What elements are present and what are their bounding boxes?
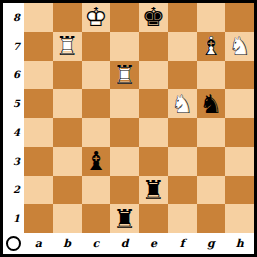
file-label-e: e — [139, 233, 168, 254]
square-c8[interactable]: ♚♔ — [82, 3, 111, 32]
piece-white-king-fill: ♚ — [82, 3, 111, 32]
square-f5[interactable]: ♞♘ — [168, 89, 197, 118]
square-c4[interactable] — [82, 118, 111, 147]
file-label-f: f — [168, 233, 197, 254]
square-g6[interactable] — [197, 61, 226, 90]
square-f6[interactable] — [168, 61, 197, 90]
square-b8[interactable] — [53, 3, 82, 32]
square-h1[interactable] — [225, 204, 254, 233]
square-g5[interactable]: ♞ — [197, 89, 226, 118]
move-indicator-corner — [3, 233, 24, 254]
square-e8[interactable]: ♚ — [139, 3, 168, 32]
rank-label-3: 3 — [3, 147, 24, 176]
square-g3[interactable] — [197, 147, 226, 176]
file-label-c: c — [82, 233, 111, 254]
square-c6[interactable] — [82, 61, 111, 90]
square-c1[interactable] — [82, 204, 111, 233]
square-b6[interactable] — [53, 61, 82, 90]
file-label-b: b — [53, 233, 82, 254]
square-g7[interactable]: ♝♗ — [197, 32, 226, 61]
square-g8[interactable] — [197, 3, 226, 32]
square-d4[interactable] — [110, 118, 139, 147]
square-a4[interactable] — [24, 118, 53, 147]
square-f3[interactable] — [168, 147, 197, 176]
square-d3[interactable] — [110, 147, 139, 176]
square-d8[interactable] — [110, 3, 139, 32]
piece-black-bishop: ♝ — [82, 147, 111, 176]
file-label-a: a — [24, 233, 53, 254]
square-a5[interactable] — [24, 89, 53, 118]
piece-white-knight: ♘ — [168, 89, 197, 118]
piece-white-knight-fill: ♞ — [225, 32, 254, 61]
square-a7[interactable] — [24, 32, 53, 61]
rank-label-5: 5 — [3, 89, 24, 118]
file-label-g: g — [197, 233, 226, 254]
square-e7[interactable] — [139, 32, 168, 61]
square-c5[interactable] — [82, 89, 111, 118]
chess-board: ♚♔♚♜♖♝♗♞♘♜♖♞♘♞♝♜♜ — [24, 3, 254, 233]
file-label-d: d — [110, 233, 139, 254]
square-a3[interactable] — [24, 147, 53, 176]
square-f1[interactable] — [168, 204, 197, 233]
square-b2[interactable] — [53, 176, 82, 205]
square-b7[interactable]: ♜♖ — [53, 32, 82, 61]
file-labels: abcdefgh — [24, 233, 254, 254]
piece-white-rook-fill: ♜ — [110, 61, 139, 90]
square-f8[interactable] — [168, 3, 197, 32]
chess-diagram: 87654321 ♚♔♚♜♖♝♗♞♘♜♖♞♘♞♝♜♜ abcdefgh — [0, 0, 257, 257]
square-e4[interactable] — [139, 118, 168, 147]
square-e5[interactable] — [139, 89, 168, 118]
square-h2[interactable] — [225, 176, 254, 205]
square-f7[interactable] — [168, 32, 197, 61]
piece-black-rook: ♜ — [110, 204, 139, 233]
piece-black-knight: ♞ — [197, 89, 226, 118]
square-g1[interactable] — [197, 204, 226, 233]
rank-labels: 87654321 — [3, 3, 24, 233]
square-d2[interactable] — [110, 176, 139, 205]
piece-white-knight-fill: ♞ — [168, 89, 197, 118]
piece-white-rook: ♖ — [110, 61, 139, 90]
square-c2[interactable] — [82, 176, 111, 205]
square-e3[interactable] — [139, 147, 168, 176]
rank-label-1: 1 — [3, 204, 24, 233]
square-b3[interactable] — [53, 147, 82, 176]
piece-white-bishop-fill: ♝ — [197, 32, 226, 61]
piece-white-rook-fill: ♜ — [53, 32, 82, 61]
square-f2[interactable] — [168, 176, 197, 205]
square-c3[interactable]: ♝ — [82, 147, 111, 176]
piece-white-rook: ♖ — [53, 32, 82, 61]
rank-label-7: 7 — [3, 32, 24, 61]
square-a1[interactable] — [24, 204, 53, 233]
rank-label-6: 6 — [3, 61, 24, 90]
square-b1[interactable] — [53, 204, 82, 233]
square-e1[interactable] — [139, 204, 168, 233]
square-b5[interactable] — [53, 89, 82, 118]
square-a8[interactable] — [24, 3, 53, 32]
square-f4[interactable] — [168, 118, 197, 147]
square-c7[interactable] — [82, 32, 111, 61]
square-h5[interactable] — [225, 89, 254, 118]
rank-label-4: 4 — [3, 118, 24, 147]
piece-white-king: ♔ — [82, 3, 111, 32]
white-to-move-indicator — [6, 236, 21, 251]
square-d1[interactable]: ♜ — [110, 204, 139, 233]
square-h6[interactable] — [225, 61, 254, 90]
square-a6[interactable] — [24, 61, 53, 90]
square-h3[interactable] — [225, 147, 254, 176]
piece-black-rook: ♜ — [139, 176, 168, 205]
square-h8[interactable] — [225, 3, 254, 32]
square-e6[interactable] — [139, 61, 168, 90]
square-h7[interactable]: ♞♘ — [225, 32, 254, 61]
piece-black-king: ♚ — [139, 3, 168, 32]
piece-white-knight: ♘ — [225, 32, 254, 61]
piece-white-bishop: ♗ — [197, 32, 226, 61]
rank-label-2: 2 — [3, 176, 24, 205]
square-g2[interactable] — [197, 176, 226, 205]
square-d5[interactable] — [110, 89, 139, 118]
square-g4[interactable] — [197, 118, 226, 147]
square-h4[interactable] — [225, 118, 254, 147]
file-label-h: h — [225, 233, 254, 254]
square-d6[interactable]: ♜♖ — [110, 61, 139, 90]
square-e2[interactable]: ♜ — [139, 176, 168, 205]
square-b4[interactable] — [53, 118, 82, 147]
square-d7[interactable] — [110, 32, 139, 61]
square-a2[interactable] — [24, 176, 53, 205]
rank-label-8: 8 — [3, 3, 24, 32]
